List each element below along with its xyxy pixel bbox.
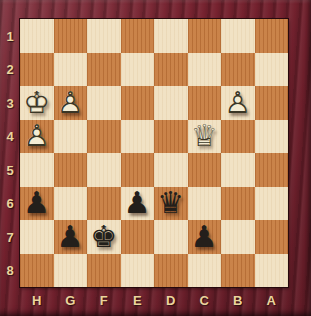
- rank-label-6: 6: [0, 196, 20, 211]
- white-pawn[interactable]: ♟♙: [221, 86, 255, 120]
- square-a8[interactable]: [255, 254, 289, 288]
- file-label-f: F: [87, 293, 121, 308]
- square-g5[interactable]: [54, 153, 88, 187]
- chess-board: ♚♔♟♙♟♙♟♙♛♕♟♟♛♟♚♟: [20, 19, 288, 287]
- rank-label-3: 3: [0, 96, 20, 111]
- square-d1[interactable]: [154, 19, 188, 53]
- square-c6[interactable]: [188, 187, 222, 221]
- black-king[interactable]: ♚: [87, 220, 121, 254]
- black-pawn[interactable]: ♟: [54, 220, 88, 254]
- square-c1[interactable]: [188, 19, 222, 53]
- square-c3[interactable]: [188, 86, 222, 120]
- piece-outline-glyph: ♙: [221, 86, 255, 120]
- white-queen[interactable]: ♛♕: [188, 120, 222, 154]
- square-b4[interactable]: [221, 120, 255, 154]
- square-d7[interactable]: [154, 220, 188, 254]
- white-pawn[interactable]: ♟♙: [54, 86, 88, 120]
- black-pawn[interactable]: ♟: [121, 187, 155, 221]
- square-h8[interactable]: [20, 254, 54, 288]
- square-e8[interactable]: [121, 254, 155, 288]
- square-e2[interactable]: [121, 53, 155, 87]
- square-g2[interactable]: [54, 53, 88, 87]
- chess-diagram: ♚♔♟♙♟♙♟♙♛♕♟♟♛♟♚♟ 12345678 HGFEDCBA: [0, 0, 311, 316]
- square-f7[interactable]: ♚: [87, 220, 121, 254]
- piece-glyph: ♚: [87, 220, 121, 254]
- square-d3[interactable]: [154, 86, 188, 120]
- square-e1[interactable]: [121, 19, 155, 53]
- square-b5[interactable]: [221, 153, 255, 187]
- square-h5[interactable]: [20, 153, 54, 187]
- file-label-c: C: [188, 293, 222, 308]
- square-f1[interactable]: [87, 19, 121, 53]
- square-c5[interactable]: [188, 153, 222, 187]
- square-h4[interactable]: ♟♙: [20, 120, 54, 154]
- square-g8[interactable]: [54, 254, 88, 288]
- square-c7[interactable]: ♟: [188, 220, 222, 254]
- white-pawn[interactable]: ♟♙: [20, 120, 54, 154]
- square-a4[interactable]: [255, 120, 289, 154]
- square-e7[interactable]: [121, 220, 155, 254]
- file-label-e: E: [121, 293, 155, 308]
- piece-outline-glyph: ♕: [188, 120, 222, 154]
- square-h6[interactable]: ♟: [20, 187, 54, 221]
- square-d8[interactable]: [154, 254, 188, 288]
- square-d6[interactable]: ♛: [154, 187, 188, 221]
- file-label-b: B: [221, 293, 255, 308]
- piece-outline-glyph: ♙: [54, 86, 88, 120]
- rank-label-4: 4: [0, 129, 20, 144]
- square-h1[interactable]: [20, 19, 54, 53]
- rank-label-7: 7: [0, 230, 20, 245]
- square-b3[interactable]: ♟♙: [221, 86, 255, 120]
- white-king[interactable]: ♚♔: [20, 86, 54, 120]
- square-g4[interactable]: [54, 120, 88, 154]
- file-label-h: H: [20, 293, 54, 308]
- square-b2[interactable]: [221, 53, 255, 87]
- square-c4[interactable]: ♛♕: [188, 120, 222, 154]
- piece-glyph: ♟: [188, 220, 222, 254]
- rank-label-2: 2: [0, 62, 20, 77]
- square-g7[interactable]: ♟: [54, 220, 88, 254]
- square-b6[interactable]: [221, 187, 255, 221]
- black-pawn[interactable]: ♟: [188, 220, 222, 254]
- file-label-d: D: [154, 293, 188, 308]
- square-a2[interactable]: [255, 53, 289, 87]
- piece-glyph: ♟: [121, 187, 155, 221]
- piece-glyph: ♛: [154, 187, 188, 221]
- square-e5[interactable]: [121, 153, 155, 187]
- square-f6[interactable]: [87, 187, 121, 221]
- square-c2[interactable]: [188, 53, 222, 87]
- piece-outline-glyph: ♔: [20, 86, 54, 120]
- square-h3[interactable]: ♚♔: [20, 86, 54, 120]
- square-g1[interactable]: [54, 19, 88, 53]
- square-a6[interactable]: [255, 187, 289, 221]
- piece-outline-glyph: ♙: [20, 120, 54, 154]
- square-d2[interactable]: [154, 53, 188, 87]
- black-pawn[interactable]: ♟: [20, 187, 54, 221]
- square-c8[interactable]: [188, 254, 222, 288]
- square-a7[interactable]: [255, 220, 289, 254]
- square-f3[interactable]: [87, 86, 121, 120]
- square-b1[interactable]: [221, 19, 255, 53]
- square-a3[interactable]: [255, 86, 289, 120]
- square-b7[interactable]: [221, 220, 255, 254]
- square-g6[interactable]: [54, 187, 88, 221]
- file-label-g: G: [54, 293, 88, 308]
- square-f8[interactable]: [87, 254, 121, 288]
- square-e6[interactable]: ♟: [121, 187, 155, 221]
- square-g3[interactable]: ♟♙: [54, 86, 88, 120]
- square-d5[interactable]: [154, 153, 188, 187]
- square-f4[interactable]: [87, 120, 121, 154]
- rank-label-8: 8: [0, 263, 20, 278]
- piece-glyph: ♟: [54, 220, 88, 254]
- black-queen[interactable]: ♛: [154, 187, 188, 221]
- square-f2[interactable]: [87, 53, 121, 87]
- file-label-a: A: [255, 293, 289, 308]
- square-h2[interactable]: [20, 53, 54, 87]
- square-b8[interactable]: [221, 254, 255, 288]
- rank-label-1: 1: [0, 29, 20, 44]
- square-a5[interactable]: [255, 153, 289, 187]
- piece-glyph: ♟: [20, 187, 54, 221]
- square-h7[interactable]: [20, 220, 54, 254]
- square-a1[interactable]: [255, 19, 289, 53]
- square-e3[interactable]: [121, 86, 155, 120]
- square-e4[interactable]: [121, 120, 155, 154]
- square-d4[interactable]: [154, 120, 188, 154]
- square-f5[interactable]: [87, 153, 121, 187]
- rank-label-5: 5: [0, 163, 20, 178]
